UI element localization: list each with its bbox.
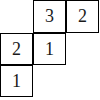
puzzle-grid: 3 2 2 1 1 [0,0,99,97]
cell-r1c0: 2 [0,33,33,65]
cell-r2c1 [33,65,66,97]
cell-r0c0 [0,0,33,33]
cell-r1c2 [66,33,99,65]
cell-r2c2 [66,65,99,97]
cell-r1c1: 1 [33,33,66,65]
cell-r0c1: 3 [33,0,66,33]
cell-r0c2: 2 [66,0,99,33]
cell-r2c0: 1 [0,65,33,97]
